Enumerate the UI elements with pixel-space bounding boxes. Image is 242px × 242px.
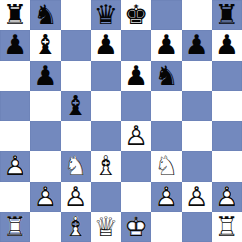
square-e6[interactable]: ♟: [121, 61, 151, 91]
black-pawn: ♟: [33, 61, 57, 91]
square-a3[interactable]: ♙: [0, 151, 30, 181]
square-g1[interactable]: [182, 212, 212, 242]
square-h8[interactable]: ♜: [212, 0, 242, 30]
black-bishop: ♝: [64, 91, 88, 121]
square-a2[interactable]: [0, 182, 30, 212]
square-h1[interactable]: ♖: [212, 212, 242, 242]
square-b1[interactable]: [30, 212, 60, 242]
square-b3[interactable]: [30, 151, 60, 181]
black-rook: ♜: [215, 0, 239, 30]
square-b2[interactable]: ♙: [30, 182, 60, 212]
square-c1[interactable]: ♗: [61, 212, 91, 242]
square-f7[interactable]: ♟: [151, 30, 181, 60]
square-b5[interactable]: [30, 91, 60, 121]
square-d7[interactable]: ♟: [91, 30, 121, 60]
square-h6[interactable]: [212, 61, 242, 91]
square-d2[interactable]: [91, 182, 121, 212]
square-d4[interactable]: [91, 121, 121, 151]
square-a8[interactable]: ♜: [0, 0, 30, 30]
black-bishop: ♝: [33, 30, 57, 60]
square-b4[interactable]: [30, 121, 60, 151]
chess-board: ♜♞♛♚♜♟♝♟♟♟♟♟♟♞♝♙♙♘♗♘♙♙♙♙♙♖♗♕♔♖: [0, 0, 242, 242]
black-pawn: ♟: [215, 30, 239, 60]
white-pawn: ♙: [3, 151, 27, 181]
square-c3[interactable]: ♘: [61, 151, 91, 181]
black-queen: ♛: [94, 0, 118, 30]
square-b8[interactable]: ♞: [30, 0, 60, 30]
square-g8[interactable]: [182, 0, 212, 30]
square-h2[interactable]: ♙: [212, 182, 242, 212]
white-knight: ♘: [64, 151, 88, 181]
black-pawn: ♟: [154, 30, 178, 60]
square-d3[interactable]: ♗: [91, 151, 121, 181]
square-c7[interactable]: [61, 30, 91, 60]
square-a4[interactable]: [0, 121, 30, 151]
square-c8[interactable]: [61, 0, 91, 30]
square-d8[interactable]: ♛: [91, 0, 121, 30]
black-rook: ♜: [3, 0, 27, 30]
white-knight: ♘: [154, 151, 178, 181]
black-king: ♚: [124, 0, 148, 30]
square-g7[interactable]: ♟: [182, 30, 212, 60]
square-e5[interactable]: [121, 91, 151, 121]
square-g6[interactable]: [182, 61, 212, 91]
white-pawn: ♙: [64, 182, 88, 212]
white-pawn: ♙: [185, 182, 209, 212]
black-pawn: ♟: [94, 30, 118, 60]
black-knight: ♞: [154, 61, 178, 91]
square-h3[interactable]: [212, 151, 242, 181]
square-e1[interactable]: ♔: [121, 212, 151, 242]
white-pawn: ♙: [215, 182, 239, 212]
square-a5[interactable]: [0, 91, 30, 121]
square-e8[interactable]: ♚: [121, 0, 151, 30]
square-f6[interactable]: ♞: [151, 61, 181, 91]
black-knight: ♞: [33, 0, 57, 30]
square-g3[interactable]: [182, 151, 212, 181]
square-d6[interactable]: [91, 61, 121, 91]
square-a7[interactable]: ♟: [0, 30, 30, 60]
white-pawn: ♙: [33, 182, 57, 212]
square-c6[interactable]: [61, 61, 91, 91]
white-bishop: ♗: [64, 212, 88, 242]
black-pawn: ♟: [185, 30, 209, 60]
square-c2[interactable]: ♙: [61, 182, 91, 212]
square-h7[interactable]: ♟: [212, 30, 242, 60]
square-a6[interactable]: [0, 61, 30, 91]
square-d5[interactable]: [91, 91, 121, 121]
square-e4[interactable]: ♙: [121, 121, 151, 151]
black-pawn: ♟: [124, 61, 148, 91]
square-g4[interactable]: [182, 121, 212, 151]
square-c5[interactable]: ♝: [61, 91, 91, 121]
square-c4[interactable]: [61, 121, 91, 151]
square-b6[interactable]: ♟: [30, 61, 60, 91]
white-rook: ♖: [3, 212, 27, 242]
white-pawn: ♙: [154, 182, 178, 212]
square-h5[interactable]: [212, 91, 242, 121]
white-pawn: ♙: [124, 121, 148, 151]
square-f1[interactable]: [151, 212, 181, 242]
white-bishop: ♗: [94, 151, 118, 181]
square-g5[interactable]: [182, 91, 212, 121]
square-e3[interactable]: [121, 151, 151, 181]
square-f8[interactable]: [151, 0, 181, 30]
black-pawn: ♟: [3, 30, 27, 60]
square-d1[interactable]: ♕: [91, 212, 121, 242]
square-e2[interactable]: [121, 182, 151, 212]
square-b7[interactable]: ♝: [30, 30, 60, 60]
white-rook: ♖: [215, 212, 239, 242]
square-f3[interactable]: ♘: [151, 151, 181, 181]
square-a1[interactable]: ♖: [0, 212, 30, 242]
square-e7[interactable]: [121, 30, 151, 60]
square-h4[interactable]: [212, 121, 242, 151]
square-g2[interactable]: ♙: [182, 182, 212, 212]
white-queen: ♕: [94, 212, 118, 242]
square-f4[interactable]: [151, 121, 181, 151]
white-king: ♔: [124, 212, 148, 242]
square-f5[interactable]: [151, 91, 181, 121]
square-f2[interactable]: ♙: [151, 182, 181, 212]
